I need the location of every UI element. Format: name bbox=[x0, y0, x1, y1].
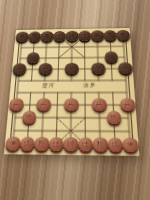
cell-8-6 bbox=[106, 86, 121, 98]
cell-2-8: 炮 bbox=[22, 111, 37, 124]
cell-9-9 bbox=[121, 125, 137, 139]
piece-glyph: 炮 bbox=[25, 112, 33, 123]
cell-1-8 bbox=[8, 111, 23, 124]
cell-5-6 bbox=[64, 87, 78, 99]
cell-6-4 bbox=[78, 63, 91, 75]
piece-black-elephant[interactable]: 象 bbox=[40, 31, 53, 41]
cell-7-1: 象 bbox=[91, 31, 104, 42]
cell-9-10: 俥 bbox=[122, 138, 138, 152]
cell-6-9 bbox=[78, 124, 93, 138]
piece-red-soldier[interactable]: 兵 bbox=[9, 98, 24, 110]
piece-glyph: 卒 bbox=[42, 64, 49, 73]
cell-5-10: 帥 bbox=[63, 138, 78, 152]
cell-6-8 bbox=[78, 111, 92, 124]
piece-red-soldier[interactable]: 兵 bbox=[92, 98, 107, 110]
piece-red-advisor[interactable]: 仕 bbox=[78, 137, 93, 151]
piece-glyph: 馬 bbox=[31, 32, 38, 40]
piece-glyph: 兵 bbox=[123, 99, 131, 109]
piece-glyph: 俥 bbox=[9, 138, 17, 149]
piece-red-general[interactable]: 帥 bbox=[63, 137, 78, 151]
piece-black-soldier[interactable]: 卒 bbox=[38, 63, 52, 74]
cell-6-10: 仕 bbox=[78, 138, 93, 152]
piece-red-elephant[interactable]: 相 bbox=[93, 137, 108, 151]
piece-black-cannon[interactable]: 砲 bbox=[26, 52, 40, 63]
cell-3-6 bbox=[37, 87, 51, 99]
piece-glyph: 卒 bbox=[68, 64, 75, 73]
cell-4-8 bbox=[50, 111, 64, 124]
cell-3-1: 象 bbox=[40, 32, 53, 42]
cell-8-9 bbox=[107, 125, 122, 139]
cell-5-9 bbox=[64, 124, 79, 138]
cell-5-1: 將 bbox=[66, 31, 79, 42]
cell-1-3 bbox=[13, 53, 27, 64]
cell-9-6 bbox=[119, 86, 134, 98]
piece-glyph: 相 bbox=[38, 138, 46, 149]
piece-glyph: 兵 bbox=[95, 99, 102, 109]
cell-5-4: 卒 bbox=[65, 63, 78, 74]
cell-1-6 bbox=[10, 87, 24, 99]
cell-1-5 bbox=[11, 75, 25, 87]
piece-black-chariot[interactable]: 車 bbox=[15, 32, 28, 42]
piece-glyph: 卒 bbox=[16, 64, 23, 73]
cell-7-8 bbox=[92, 111, 107, 124]
cell-8-7 bbox=[106, 99, 121, 112]
cell-6-3 bbox=[78, 52, 91, 63]
piece-black-soldier[interactable]: 卒 bbox=[91, 63, 105, 74]
piece-red-horse[interactable]: 傌 bbox=[107, 137, 123, 151]
cell-5-5 bbox=[65, 75, 79, 87]
cell-2-3: 砲 bbox=[26, 53, 40, 64]
cell-4-4 bbox=[52, 63, 65, 74]
piece-black-horse[interactable]: 馬 bbox=[103, 30, 116, 40]
cell-3-8 bbox=[36, 111, 51, 124]
piece-glyph: 卒 bbox=[95, 63, 102, 72]
cell-8-5 bbox=[105, 74, 119, 86]
cell-1-1: 車 bbox=[15, 32, 28, 42]
piece-glyph: 帥 bbox=[67, 138, 75, 149]
cell-9-1: 車 bbox=[116, 30, 130, 41]
piece-red-soldier[interactable]: 兵 bbox=[64, 98, 78, 110]
piece-red-advisor[interactable]: 仕 bbox=[49, 137, 64, 151]
piece-black-elephant[interactable]: 象 bbox=[91, 30, 104, 40]
cell-6-2 bbox=[78, 41, 91, 52]
cell-5-2 bbox=[65, 42, 78, 53]
cell-2-10: 傌 bbox=[20, 137, 35, 151]
piece-glyph: 馬 bbox=[107, 31, 114, 40]
piece-glyph: 車 bbox=[119, 31, 126, 40]
cell-1-9 bbox=[6, 124, 21, 137]
cell-8-2 bbox=[104, 41, 118, 52]
piece-glyph: 仕 bbox=[52, 138, 60, 149]
cell-2-9 bbox=[21, 124, 36, 137]
piece-glyph: 車 bbox=[19, 32, 26, 40]
cell-7-10: 相 bbox=[93, 138, 108, 152]
cell-4-5 bbox=[51, 75, 65, 87]
cell-4-2 bbox=[52, 42, 65, 53]
piece-red-soldier[interactable]: 兵 bbox=[36, 98, 50, 110]
piece-glyph: 卒 bbox=[121, 63, 129, 72]
piece-red-chariot[interactable]: 俥 bbox=[5, 137, 20, 151]
cell-6-6 bbox=[78, 86, 92, 98]
photo-background: 楚河 漢界 車馬象士將士象馬車砲砲卒卒卒卒卒兵兵兵兵兵炮炮俥傌相仕帥仕相傌俥 bbox=[0, 0, 150, 200]
cell-8-10: 傌 bbox=[107, 138, 123, 152]
cell-7-3 bbox=[91, 52, 104, 63]
cell-7-5 bbox=[92, 75, 106, 87]
cell-3-4: 卒 bbox=[38, 64, 52, 75]
piece-glyph: 象 bbox=[94, 31, 101, 40]
cell-3-10: 相 bbox=[34, 138, 49, 152]
piece-red-soldier[interactable]: 兵 bbox=[120, 98, 135, 111]
cell-9-5 bbox=[119, 74, 134, 86]
cell-8-4 bbox=[105, 63, 119, 75]
cell-3-2 bbox=[40, 42, 53, 53]
cell-7-7: 兵 bbox=[92, 99, 106, 112]
piece-glyph: 仕 bbox=[82, 138, 90, 150]
cell-9-8 bbox=[121, 111, 136, 124]
piece-red-horse[interactable]: 傌 bbox=[20, 137, 35, 151]
piece-glyph: 士 bbox=[56, 32, 63, 41]
cell-1-7: 兵 bbox=[9, 99, 24, 111]
cell-4-10: 仕 bbox=[49, 138, 64, 152]
piece-glyph: 砲 bbox=[29, 53, 36, 62]
cell-1-4: 卒 bbox=[12, 64, 26, 75]
piece-glyph: 傌 bbox=[23, 138, 31, 149]
piece-glyph: 傌 bbox=[111, 139, 119, 151]
piece-glyph: 象 bbox=[43, 32, 50, 41]
cell-5-8 bbox=[64, 111, 78, 124]
cell-2-5 bbox=[24, 75, 38, 87]
cell-4-6 bbox=[51, 87, 65, 99]
cell-4-7 bbox=[50, 99, 64, 112]
cell-3-3 bbox=[39, 53, 52, 64]
piece-glyph: 炮 bbox=[110, 112, 118, 123]
cell-3-5 bbox=[38, 75, 52, 87]
cell-9-3 bbox=[117, 52, 131, 63]
cell-2-6 bbox=[24, 87, 38, 99]
cell-8-3: 砲 bbox=[104, 52, 118, 63]
piece-black-soldier[interactable]: 卒 bbox=[12, 63, 26, 74]
cell-7-2 bbox=[91, 41, 104, 52]
cell-3-7: 兵 bbox=[36, 99, 50, 112]
cell-6-7 bbox=[78, 99, 92, 112]
piece-black-soldier[interactable]: 卒 bbox=[118, 62, 132, 73]
piece-glyph: 兵 bbox=[40, 99, 48, 109]
cell-4-1: 士 bbox=[53, 31, 66, 42]
piece-glyph: 相 bbox=[96, 139, 104, 151]
cell-1-10: 俥 bbox=[5, 137, 20, 151]
piece-red-chariot[interactable]: 俥 bbox=[122, 138, 138, 152]
piece-glyph: 士 bbox=[81, 31, 88, 40]
piece-black-cannon[interactable]: 砲 bbox=[104, 51, 118, 62]
piece-black-chariot[interactable]: 車 bbox=[116, 30, 130, 40]
cell-6-1: 士 bbox=[78, 31, 91, 42]
cell-7-6 bbox=[92, 86, 106, 98]
cell-9-7: 兵 bbox=[120, 99, 135, 112]
cell-2-1: 馬 bbox=[28, 32, 41, 42]
piece-red-elephant[interactable]: 相 bbox=[34, 137, 49, 151]
cell-8-8: 炮 bbox=[106, 111, 121, 124]
cell-7-9 bbox=[92, 124, 107, 138]
piece-glyph: 俥 bbox=[126, 139, 134, 151]
piece-black-horse[interactable]: 馬 bbox=[28, 31, 41, 41]
cell-2-7 bbox=[23, 99, 37, 111]
piece-red-cannon[interactable]: 炮 bbox=[106, 111, 121, 124]
piece-glyph: 將 bbox=[69, 32, 76, 41]
xiangqi-board: 楚河 漢界 車馬象士將士象馬車砲砲卒卒卒卒卒兵兵兵兵兵炮炮俥傌相仕帥仕相傌俥 bbox=[4, 28, 139, 156]
piece-black-general[interactable]: 將 bbox=[65, 31, 78, 41]
cell-4-9 bbox=[49, 124, 64, 138]
piece-black-soldier[interactable]: 卒 bbox=[65, 63, 78, 74]
board-grid: 車馬象士將士象馬車砲砲卒卒卒卒卒兵兵兵兵兵炮炮俥傌相仕帥仕相傌俥 bbox=[4, 28, 139, 156]
cell-2-4 bbox=[25, 64, 39, 75]
cell-1-2 bbox=[14, 42, 27, 53]
cell-8-1: 馬 bbox=[103, 31, 116, 42]
cell-5-7: 兵 bbox=[64, 99, 78, 112]
cell-5-3 bbox=[65, 52, 78, 63]
cell-7-4: 卒 bbox=[91, 63, 105, 75]
piece-glyph: 兵 bbox=[68, 99, 75, 109]
piece-glyph: 兵 bbox=[12, 99, 20, 109]
cell-6-5 bbox=[78, 75, 92, 87]
piece-red-cannon[interactable]: 炮 bbox=[22, 111, 37, 124]
cell-3-9 bbox=[35, 124, 50, 138]
piece-black-advisor[interactable]: 士 bbox=[78, 30, 91, 40]
cell-9-2 bbox=[117, 41, 131, 52]
cell-9-4: 卒 bbox=[118, 63, 132, 75]
piece-glyph: 砲 bbox=[107, 52, 114, 61]
piece-black-advisor[interactable]: 士 bbox=[53, 31, 66, 41]
cell-4-3 bbox=[52, 52, 65, 63]
